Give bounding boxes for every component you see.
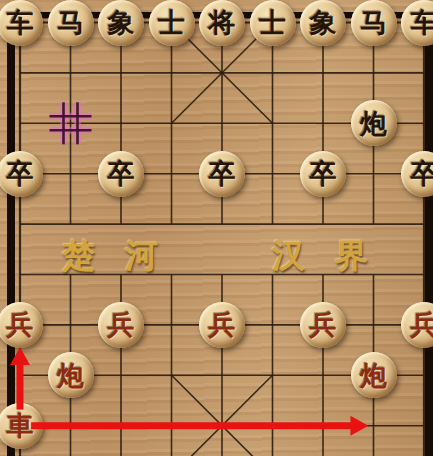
piece-glyph: 马 [360, 9, 387, 36]
piece-black-advisor[interactable]: 士 [250, 0, 296, 46]
piece-black-soldier[interactable]: 卒 [199, 151, 245, 197]
xiangqi-board: 楚河 汉界 车马象士将士象马车炮卒卒卒卒卒兵兵兵兵炮炮兵車 [0, 0, 433, 456]
piece-glyph: 卒 [209, 160, 236, 187]
piece-glyph: 马 [57, 9, 84, 36]
piece-red-soldier[interactable]: 兵 [300, 302, 346, 348]
piece-red-soldier[interactable]: 兵 [98, 302, 144, 348]
piece-red-soldier[interactable]: 兵 [401, 302, 433, 348]
piece-glyph: 将 [209, 9, 236, 36]
piece-glyph: 炮 [360, 110, 387, 137]
piece-red-soldier[interactable]: 兵 [199, 302, 245, 348]
piece-glyph: 卒 [108, 160, 135, 187]
piece-glyph: 象 [310, 9, 337, 36]
piece-glyph: 象 [108, 9, 135, 36]
pieces-layer: 车马象士将士象马车炮卒卒卒卒卒兵兵兵兵炮炮兵車 [0, 0, 433, 456]
piece-red-cannon[interactable]: 炮 [351, 352, 397, 398]
piece-black-general[interactable]: 将 [199, 0, 245, 46]
piece-red-cannon[interactable]: 炮 [48, 352, 94, 398]
piece-black-chariot[interactable]: 车 [0, 0, 43, 46]
piece-glyph: 炮 [360, 362, 387, 389]
piece-black-chariot[interactable]: 车 [401, 0, 433, 46]
piece-glyph: 车 [7, 9, 34, 36]
piece-glyph: 炮 [57, 362, 84, 389]
piece-black-horse[interactable]: 马 [48, 0, 94, 46]
piece-black-soldier[interactable]: 卒 [401, 151, 433, 197]
piece-red-chariot[interactable]: 車 [0, 403, 43, 449]
piece-black-soldier[interactable]: 卒 [300, 151, 346, 197]
piece-glyph: 车 [411, 9, 433, 36]
piece-glyph: 兵 [411, 311, 433, 338]
piece-glyph: 士 [259, 9, 286, 36]
piece-glyph: 兵 [310, 311, 337, 338]
piece-black-advisor[interactable]: 士 [149, 0, 195, 46]
piece-glyph: 兵 [108, 311, 135, 338]
piece-glyph: 兵 [209, 311, 236, 338]
piece-black-horse[interactable]: 马 [351, 0, 397, 46]
piece-black-elephant[interactable]: 象 [300, 0, 346, 46]
piece-black-soldier[interactable]: 卒 [98, 151, 144, 197]
piece-glyph: 卒 [411, 160, 433, 187]
piece-black-soldier[interactable]: 卒 [0, 151, 43, 197]
piece-black-elephant[interactable]: 象 [98, 0, 144, 46]
piece-glyph: 兵 [7, 311, 34, 338]
piece-glyph: 卒 [7, 160, 34, 187]
piece-glyph: 車 [7, 412, 34, 439]
piece-black-cannon[interactable]: 炮 [351, 100, 397, 146]
piece-red-soldier[interactable]: 兵 [0, 302, 43, 348]
piece-glyph: 卒 [310, 160, 337, 187]
piece-glyph: 士 [158, 9, 185, 36]
